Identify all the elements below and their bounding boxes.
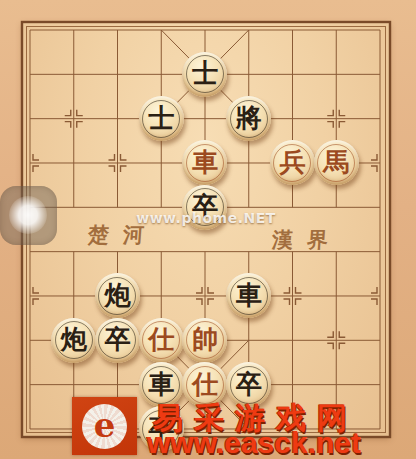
piece-glyph: 炮 [104,282,130,308]
piece-glyph: 車 [192,149,218,175]
piece-glyph: 士 [148,105,174,131]
piece-glyph: 仕 [192,371,218,397]
piece-glyph: 馬 [323,149,349,175]
piece-black-cannon[interactable]: 炮 [95,273,140,318]
piece-black-advisor[interactable]: 士 [182,52,227,97]
piece-black-cannon[interactable]: 炮 [51,318,96,363]
piece-glyph: 仕 [148,326,174,352]
piece-glyph: 將 [236,105,262,131]
watermark-site-url: www.easck.net [147,426,416,459]
floating-assistive-button[interactable] [0,186,57,245]
assistive-button-glow-icon [9,196,47,234]
piece-glyph: 炮 [61,326,87,352]
piece-red-chariot[interactable]: 車 [182,140,227,185]
piece-glyph: 車 [148,371,174,397]
piece-glyph: 兵 [279,149,305,175]
piece-glyph: 車 [236,282,262,308]
piece-red-general[interactable]: 帥 [182,318,227,363]
piece-glyph: 士 [192,60,218,86]
center-watermark-url: www.phome.NET [136,210,276,226]
xiangqi-app-screen: { "game": "xiangqi", "position": { "fen"… [0,0,416,459]
xiangqi-board: 楚河 漢界 士士將車兵馬卒炮車炮卒仕帥車仕卒卒 [0,0,416,459]
piece-black-soldier[interactable]: 卒 [95,318,140,363]
piece-black-advisor[interactable]: 士 [139,96,184,141]
piece-layer: 士士將車兵馬卒炮車炮卒仕帥車仕卒卒 [8,8,402,451]
piece-black-general[interactable]: 將 [226,96,271,141]
piece-black-chariot[interactable]: 車 [226,273,271,318]
piece-glyph: 卒 [236,371,262,397]
piece-glyph: 卒 [104,326,130,352]
piece-red-soldier[interactable]: 兵 [270,140,315,185]
easck-logo-e-icon: e [82,404,127,449]
easck-logo: e [72,397,137,455]
piece-red-advisor[interactable]: 仕 [139,318,184,363]
piece-glyph: 帥 [192,326,218,352]
piece-red-horse[interactable]: 馬 [314,140,359,185]
